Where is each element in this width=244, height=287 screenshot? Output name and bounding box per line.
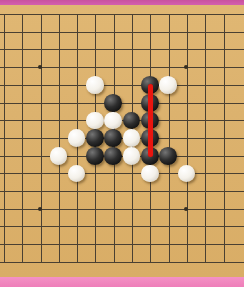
star-point	[38, 207, 42, 211]
stone-white	[123, 147, 141, 165]
stone-white	[178, 165, 196, 183]
stone-black	[159, 147, 177, 165]
stone-white	[86, 76, 104, 94]
goban-board[interactable]	[0, 5, 244, 277]
stone-layer	[0, 5, 244, 271]
stone-black	[86, 147, 104, 165]
stone-white	[104, 112, 122, 130]
stone-black	[104, 94, 122, 112]
stone-black	[86, 129, 104, 147]
star-point	[38, 65, 42, 69]
frame-top-bar	[0, 0, 244, 5]
stone-white	[159, 76, 177, 94]
stone-white	[68, 129, 86, 147]
stone-white	[86, 112, 104, 130]
stone-white	[68, 165, 86, 183]
star-point	[184, 65, 188, 69]
stone-white	[141, 165, 159, 183]
stone-white	[50, 147, 68, 165]
gomoku-app-screen	[0, 0, 244, 287]
stone-black	[123, 112, 141, 130]
win-line	[148, 84, 153, 158]
stone-black	[104, 147, 122, 165]
frame-bottom-bar	[0, 277, 244, 287]
star-point	[184, 207, 188, 211]
stone-black	[104, 129, 122, 147]
stone-white	[123, 129, 141, 147]
